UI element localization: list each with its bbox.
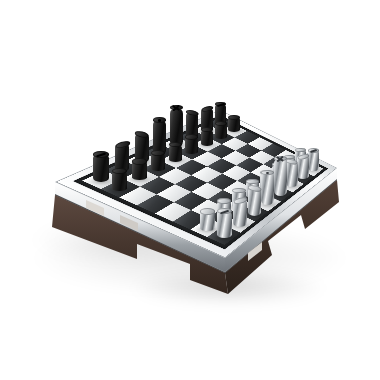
black-pawn-b7[interactable] <box>132 161 146 180</box>
white-bishop-f1[interactable] <box>286 161 298 187</box>
black-rook-a8[interactable] <box>93 154 108 182</box>
piece-cap <box>228 115 240 120</box>
piece-cap <box>151 150 165 156</box>
piece-cylinder <box>286 161 298 187</box>
piece-cylinder <box>308 150 319 171</box>
black-pawn-e7[interactable] <box>185 137 198 154</box>
black-pawn-f7[interactable] <box>201 130 214 146</box>
piece-cylinder <box>169 145 182 163</box>
product-photo-scene: Three-quarter overhead product photo of … <box>0 0 380 380</box>
white-knight-b1[interactable] <box>233 199 247 227</box>
piece-cylinder <box>170 108 183 147</box>
piece-cap <box>112 168 127 174</box>
piece-cap <box>132 158 146 164</box>
black-pawn-h7[interactable] <box>228 117 240 132</box>
piece-cylinder <box>261 172 274 205</box>
black-pawn-a7[interactable] <box>112 171 127 191</box>
white-rook-h1[interactable] <box>308 150 319 171</box>
white-bishop-c1[interactable] <box>248 187 262 216</box>
black-king-e8[interactable] <box>170 108 183 147</box>
black-pawn-g7[interactable] <box>215 123 227 139</box>
black-pawn-d7[interactable] <box>169 145 182 163</box>
white-queen-d1[interactable] <box>261 172 274 205</box>
piece-top-dot <box>158 119 161 121</box>
white-pawn-a2[interactable] <box>200 211 215 230</box>
white-king-e1[interactable] <box>274 158 287 196</box>
piece-cap <box>200 208 215 214</box>
piece-cylinder <box>93 154 108 182</box>
piece-cap <box>215 121 227 126</box>
black-pawn-c7[interactable] <box>151 153 165 171</box>
white-knight-g1[interactable] <box>297 155 309 179</box>
piece-cylinder <box>274 158 287 196</box>
piece-cylinder <box>217 211 232 238</box>
piece-cylinder <box>201 130 214 146</box>
white-rook-a1[interactable] <box>217 211 232 238</box>
piece-cap <box>217 198 231 204</box>
piece-cap <box>185 134 198 139</box>
piece-top-dot <box>266 172 269 174</box>
